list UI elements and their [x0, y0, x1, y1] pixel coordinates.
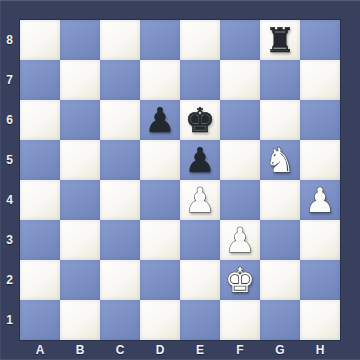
file-label-a: A [20, 343, 60, 357]
square-a3[interactable] [20, 220, 60, 260]
square-g4[interactable] [260, 180, 300, 220]
square-h2[interactable] [300, 260, 340, 300]
square-g3[interactable] [260, 220, 300, 260]
board-frame: 87654321 ♜♟♚♟♞♟♟♟♚ ABCDEFGH [0, 0, 360, 360]
square-c5[interactable] [100, 140, 140, 180]
square-b5[interactable] [60, 140, 100, 180]
square-a8[interactable] [20, 20, 60, 60]
piece-white-pawn-h4[interactable]: ♟ [305, 183, 335, 217]
square-d1[interactable] [140, 300, 180, 340]
square-c3[interactable] [100, 220, 140, 260]
rank-label-1: 1 [0, 300, 19, 340]
square-g2[interactable] [260, 260, 300, 300]
square-c4[interactable] [100, 180, 140, 220]
square-h4[interactable]: ♟ [300, 180, 340, 220]
square-b6[interactable] [60, 100, 100, 140]
square-c1[interactable] [100, 300, 140, 340]
square-f2[interactable]: ♚ [220, 260, 260, 300]
square-c2[interactable] [100, 260, 140, 300]
rank-label-8: 8 [0, 20, 19, 60]
piece-black-king-e6[interactable]: ♚ [185, 103, 215, 137]
square-e4[interactable]: ♟ [180, 180, 220, 220]
square-h3[interactable] [300, 220, 340, 260]
rank-label-2: 2 [0, 260, 19, 300]
piece-white-pawn-f3[interactable]: ♟ [225, 223, 255, 257]
square-b4[interactable] [60, 180, 100, 220]
square-f8[interactable] [220, 20, 260, 60]
rank-label-3: 3 [0, 220, 19, 260]
rank-label-4: 4 [0, 180, 19, 220]
square-d2[interactable] [140, 260, 180, 300]
piece-white-knight-g5[interactable]: ♞ [265, 143, 295, 177]
file-label-d: D [140, 343, 180, 357]
square-a2[interactable] [20, 260, 60, 300]
square-d7[interactable] [140, 60, 180, 100]
square-h5[interactable] [300, 140, 340, 180]
rank-label-6: 6 [0, 100, 19, 140]
square-b7[interactable] [60, 60, 100, 100]
rank-label-5: 5 [0, 140, 19, 180]
piece-black-rook-g8[interactable]: ♜ [265, 23, 295, 57]
square-h1[interactable] [300, 300, 340, 340]
square-c7[interactable] [100, 60, 140, 100]
square-f5[interactable] [220, 140, 260, 180]
square-b2[interactable] [60, 260, 100, 300]
square-b1[interactable] [60, 300, 100, 340]
square-e6[interactable]: ♚ [180, 100, 220, 140]
square-g6[interactable] [260, 100, 300, 140]
square-a7[interactable] [20, 60, 60, 100]
piece-white-king-f2[interactable]: ♚ [225, 263, 255, 297]
square-c8[interactable] [100, 20, 140, 60]
square-h6[interactable] [300, 100, 340, 140]
square-d6[interactable]: ♟ [140, 100, 180, 140]
piece-white-pawn-e4[interactable]: ♟ [185, 183, 215, 217]
square-d4[interactable] [140, 180, 180, 220]
square-e7[interactable] [180, 60, 220, 100]
file-labels: ABCDEFGH [19, 340, 341, 360]
square-h7[interactable] [300, 60, 340, 100]
square-f7[interactable] [220, 60, 260, 100]
square-g8[interactable]: ♜ [260, 20, 300, 60]
square-d8[interactable] [140, 20, 180, 60]
square-e3[interactable] [180, 220, 220, 260]
square-d5[interactable] [140, 140, 180, 180]
square-b8[interactable] [60, 20, 100, 60]
file-label-h: H [300, 343, 340, 357]
square-a4[interactable] [20, 180, 60, 220]
square-d3[interactable] [140, 220, 180, 260]
square-c6[interactable] [100, 100, 140, 140]
file-label-c: C [100, 343, 140, 357]
piece-black-pawn-e5[interactable]: ♟ [185, 143, 215, 177]
piece-black-pawn-d6[interactable]: ♟ [145, 103, 175, 137]
file-label-b: B [60, 343, 100, 357]
square-f4[interactable] [220, 180, 260, 220]
rank-labels: 87654321 [0, 19, 19, 341]
square-g5[interactable]: ♞ [260, 140, 300, 180]
file-label-g: G [260, 343, 300, 357]
rank-label-7: 7 [0, 60, 19, 100]
square-e8[interactable] [180, 20, 220, 60]
square-a6[interactable] [20, 100, 60, 140]
square-g7[interactable] [260, 60, 300, 100]
square-b3[interactable] [60, 220, 100, 260]
square-e5[interactable]: ♟ [180, 140, 220, 180]
square-a1[interactable] [20, 300, 60, 340]
square-e2[interactable] [180, 260, 220, 300]
file-label-f: F [220, 343, 260, 357]
square-f3[interactable]: ♟ [220, 220, 260, 260]
square-a5[interactable] [20, 140, 60, 180]
square-f1[interactable] [220, 300, 260, 340]
square-f6[interactable] [220, 100, 260, 140]
square-e1[interactable] [180, 300, 220, 340]
chessboard: ♜♟♚♟♞♟♟♟♚ [19, 19, 341, 341]
file-label-e: E [180, 343, 220, 357]
square-h8[interactable] [300, 20, 340, 60]
square-g1[interactable] [260, 300, 300, 340]
